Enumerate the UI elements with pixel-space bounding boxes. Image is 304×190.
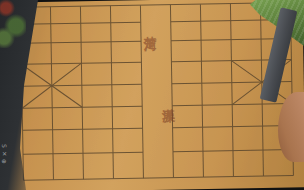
player-hand (266, 58, 304, 162)
board-edge-marking: S✕⊕ (1, 144, 8, 166)
palm (278, 92, 304, 162)
xiangqi-board: 楚河 漢界 (0, 0, 304, 190)
xiangqi-photo-frame: 楚河 漢界 S✕⊕ 炮兵兵俥傌仕帥兵仕相兵相炮俥傌馬炮車象士將車馬象卒卒卒卒士炮… (0, 0, 304, 190)
blurred-plant (0, 0, 26, 48)
